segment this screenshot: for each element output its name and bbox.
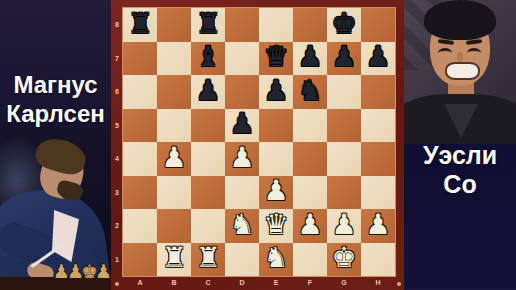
piece-wR-c1[interactable]: ♜ [195,244,220,272]
left-player-photo: ♟♟♚♟ [0,128,111,290]
corner-screw-bottom-left [115,282,119,286]
rank-labels: 87654321 [111,8,123,276]
right-player-name: Уэсли Со [404,141,516,199]
rank-label-7: 7 [111,55,123,62]
square-b8[interactable] [157,8,191,42]
file-label-g: G [327,279,361,286]
square-a3[interactable] [123,176,157,210]
square-e2[interactable]: ♛ [259,209,293,243]
square-f8[interactable] [293,8,327,42]
piece-bP-e6[interactable]: ♟ [263,77,288,105]
piece-wP-d4[interactable]: ♟ [229,144,254,172]
piece-bR-c8[interactable]: ♜ [195,10,220,38]
rank-label-6: 6 [111,88,123,95]
square-g5[interactable] [327,109,361,143]
square-b1[interactable]: ♜ [157,243,191,277]
right-player-panel: Уэсли Со [404,0,516,290]
piece-wR-b1[interactable]: ♜ [161,244,186,272]
so-right-eye-shape [467,48,481,58]
square-e4[interactable] [259,142,293,176]
rank-label-2: 2 [111,222,123,229]
piece-wN-e1[interactable]: ♞ [263,244,288,272]
square-h7[interactable]: ♟ [361,42,395,76]
square-f7[interactable]: ♟ [293,42,327,76]
square-d2[interactable]: ♞ [225,209,259,243]
piece-bR-a8[interactable]: ♜ [127,10,152,38]
square-d5[interactable]: ♟ [225,109,259,143]
square-c4[interactable] [191,142,225,176]
chess-board: 87654321 ABCDEFGH ♜♜♚♝♛♟♟♟♟♟♞♟♟♟♟♞♛♟♟♟♜♜… [111,0,404,290]
square-f1[interactable] [293,243,327,277]
square-h8[interactable] [361,8,395,42]
piece-bN-f6[interactable]: ♞ [297,77,322,105]
file-label-c: C [191,279,225,286]
square-d7[interactable] [225,42,259,76]
piece-bP-h7[interactable]: ♟ [365,43,390,71]
square-d3[interactable] [225,176,259,210]
square-d8[interactable] [225,8,259,42]
square-d6[interactable] [225,75,259,109]
piece-wP-h2[interactable]: ♟ [365,211,390,239]
wooden-pieces-decor: ♟♟♚♟ [53,260,109,282]
square-f6[interactable]: ♞ [293,75,327,109]
square-e7[interactable]: ♛ [259,42,293,76]
piece-wP-g2[interactable]: ♟ [331,211,356,239]
square-e3[interactable]: ♟ [259,176,293,210]
square-f4[interactable] [293,142,327,176]
square-c7[interactable]: ♝ [191,42,225,76]
piece-bQ-e7[interactable]: ♛ [263,43,288,71]
piece-wP-b4[interactable]: ♟ [161,144,186,172]
left-player-name: Магнус Карлсен [0,70,111,128]
so-left-eye-shape [438,48,452,58]
piece-bP-g7[interactable]: ♟ [331,43,356,71]
square-a7[interactable] [123,42,157,76]
square-h3[interactable] [361,176,395,210]
piece-bP-c6[interactable]: ♟ [195,77,220,105]
square-a5[interactable] [123,109,157,143]
square-b6[interactable] [157,75,191,109]
square-g7[interactable]: ♟ [327,42,361,76]
square-d4[interactable]: ♟ [225,142,259,176]
square-c2[interactable] [191,209,225,243]
left-player-name-line1: Магнус [0,70,111,99]
square-g2[interactable]: ♟ [327,209,361,243]
file-label-h: H [361,279,395,286]
rank-label-4: 4 [111,155,123,162]
piece-wP-f2[interactable]: ♟ [297,211,322,239]
piece-bP-f7[interactable]: ♟ [297,43,322,71]
piece-wK-g1[interactable]: ♚ [331,244,356,272]
piece-wP-e3[interactable]: ♟ [263,177,288,205]
square-g4[interactable] [327,142,361,176]
square-a2[interactable] [123,209,157,243]
square-e1[interactable]: ♞ [259,243,293,277]
square-e6[interactable]: ♟ [259,75,293,109]
so-nose-shape [457,52,463,62]
square-c5[interactable] [191,109,225,143]
rank-label-8: 8 [111,21,123,28]
square-c1[interactable]: ♜ [191,243,225,277]
file-label-f: F [293,279,327,286]
square-a6[interactable] [123,75,157,109]
piece-bK-g8[interactable]: ♚ [331,10,356,38]
file-label-d: D [225,279,259,286]
file-labels: ABCDEFGH [123,276,395,290]
left-player-name-line2: Карлсен [0,99,111,128]
piece-wQ-e2[interactable]: ♛ [263,211,288,239]
rank-label-5: 5 [111,122,123,129]
piece-bP-d5[interactable]: ♟ [229,110,254,138]
square-h1[interactable] [361,243,395,277]
so-smile-shape [445,62,480,80]
corner-screw-bottom-right [397,282,401,286]
square-a1[interactable] [123,243,157,277]
file-label-a: A [123,279,157,286]
square-h4[interactable] [361,142,395,176]
file-label-e: E [259,279,293,286]
square-g3[interactable] [327,176,361,210]
square-h2[interactable]: ♟ [361,209,395,243]
square-f2[interactable]: ♟ [293,209,327,243]
square-a8[interactable]: ♜ [123,8,157,42]
square-b7[interactable] [157,42,191,76]
square-f5[interactable] [293,109,327,143]
rank-label-1: 1 [111,256,123,263]
piece-wN-d2[interactable]: ♞ [229,211,254,239]
square-c6[interactable]: ♟ [191,75,225,109]
square-g6[interactable] [327,75,361,109]
square-f3[interactable] [293,176,327,210]
square-d1[interactable] [225,243,259,277]
square-h5[interactable] [361,109,395,143]
board-grid: ♜♜♚♝♛♟♟♟♟♟♞♟♟♟♟♞♛♟♟♟♜♜♞♚ [123,8,395,276]
square-b3[interactable] [157,176,191,210]
square-b4[interactable]: ♟ [157,142,191,176]
right-player-photo [404,0,516,138]
square-e8[interactable] [259,8,293,42]
left-player-panel: Магнус Карлсен ♟♟♚♟ [0,0,111,290]
square-a4[interactable] [123,142,157,176]
square-c8[interactable]: ♜ [191,8,225,42]
square-e5[interactable] [259,109,293,143]
square-h6[interactable] [361,75,395,109]
square-g8[interactable]: ♚ [327,8,361,42]
square-b5[interactable] [157,109,191,143]
square-c3[interactable] [191,176,225,210]
square-g1[interactable]: ♚ [327,243,361,277]
piece-bB-c7[interactable]: ♝ [195,43,220,71]
rank-label-3: 3 [111,189,123,196]
square-b2[interactable] [157,209,191,243]
video-thumbnail: Магнус Карлсен ♟♟♚♟ 87654321 ABCDEFGH ♜♜… [0,0,516,290]
file-label-b: B [157,279,191,286]
